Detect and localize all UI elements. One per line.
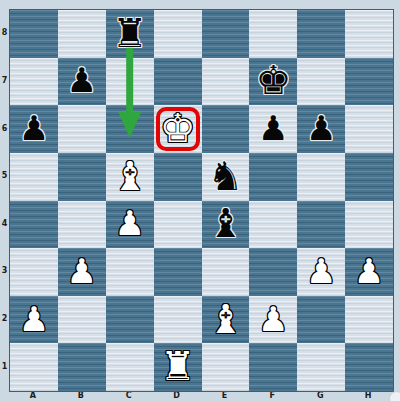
file-label-d: D — [153, 391, 201, 401]
square-g7[interactable] — [297, 58, 345, 106]
square-h3[interactable]: ♟ — [345, 248, 393, 296]
square-h4[interactable] — [345, 201, 393, 249]
square-a5[interactable] — [10, 153, 58, 201]
square-h6[interactable] — [345, 105, 393, 153]
square-d2[interactable] — [154, 296, 202, 344]
square-c8[interactable]: ♜ — [106, 10, 154, 58]
square-a3[interactable] — [10, 248, 58, 296]
file-label-b: B — [57, 391, 105, 401]
square-a1[interactable] — [10, 343, 58, 391]
square-f5[interactable] — [249, 153, 297, 201]
square-f8[interactable] — [249, 10, 297, 58]
square-e1[interactable] — [202, 343, 250, 391]
black-bishop[interactable]: ♝ — [208, 203, 244, 243]
chess-app: 87654321 ABCDEFGH ♜♟♚♟♚♟♟♝♞♟♝♟♟♟♟♝♟♜ — [0, 0, 400, 401]
square-h1[interactable] — [345, 343, 393, 391]
square-c2[interactable] — [106, 296, 154, 344]
square-e7[interactable] — [202, 58, 250, 106]
black-pawn[interactable]: ♟ — [258, 111, 288, 145]
square-d8[interactable] — [154, 10, 202, 58]
file-label-h: H — [344, 391, 392, 401]
rank-label-5: 5 — [0, 152, 9, 200]
square-e2[interactable]: ♝ — [202, 296, 250, 344]
rank-label-3: 3 — [0, 247, 9, 295]
square-b3[interactable]: ♟ — [58, 248, 106, 296]
square-b8[interactable] — [58, 10, 106, 58]
square-a2[interactable]: ♟ — [10, 296, 58, 344]
file-label-f: F — [248, 391, 296, 401]
file-label-e: E — [201, 391, 249, 401]
square-f6[interactable]: ♟ — [249, 105, 297, 153]
rank-label-4: 4 — [0, 200, 9, 248]
corner-ornament — [389, 391, 400, 401]
square-e4[interactable]: ♝ — [202, 201, 250, 249]
square-e8[interactable] — [202, 10, 250, 58]
square-d4[interactable] — [154, 201, 202, 249]
black-rook[interactable]: ♜ — [112, 13, 148, 53]
white-bishop[interactable]: ♝ — [112, 156, 148, 196]
square-c7[interactable] — [106, 58, 154, 106]
square-d6[interactable]: ♚ — [154, 105, 202, 153]
file-label-a: A — [9, 391, 57, 401]
square-h7[interactable] — [345, 58, 393, 106]
square-c4[interactable]: ♟ — [106, 201, 154, 249]
rank-label-8: 8 — [0, 9, 9, 57]
square-g2[interactable] — [297, 296, 345, 344]
white-pawn[interactable]: ♟ — [114, 206, 144, 240]
chess-board: ♜♟♚♟♚♟♟♝♞♟♝♟♟♟♟♝♟♜ — [9, 9, 394, 392]
white-pawn[interactable]: ♟ — [67, 254, 97, 288]
square-d1[interactable]: ♜ — [154, 343, 202, 391]
square-e3[interactable] — [202, 248, 250, 296]
white-king[interactable]: ♚ — [160, 108, 196, 148]
rank-label-1: 1 — [0, 342, 9, 390]
white-bishop[interactable]: ♝ — [208, 299, 244, 339]
file-labels: ABCDEFGH — [9, 391, 392, 401]
square-e6[interactable] — [202, 105, 250, 153]
white-pawn[interactable]: ♟ — [19, 302, 49, 336]
square-f1[interactable] — [249, 343, 297, 391]
square-f2[interactable]: ♟ — [249, 296, 297, 344]
square-a8[interactable] — [10, 10, 58, 58]
white-pawn[interactable]: ♟ — [306, 254, 336, 288]
square-g5[interactable] — [297, 153, 345, 201]
square-b4[interactable] — [58, 201, 106, 249]
black-knight[interactable]: ♞ — [208, 156, 244, 196]
square-a7[interactable] — [10, 58, 58, 106]
square-h2[interactable] — [345, 296, 393, 344]
file-label-c: C — [105, 391, 153, 401]
square-c3[interactable] — [106, 248, 154, 296]
square-h5[interactable] — [345, 153, 393, 201]
square-a6[interactable]: ♟ — [10, 105, 58, 153]
square-b6[interactable] — [58, 105, 106, 153]
square-a4[interactable] — [10, 201, 58, 249]
square-b1[interactable] — [58, 343, 106, 391]
square-g6[interactable]: ♟ — [297, 105, 345, 153]
square-g4[interactable] — [297, 201, 345, 249]
square-h8[interactable] — [345, 10, 393, 58]
square-f7[interactable]: ♚ — [249, 58, 297, 106]
square-b2[interactable] — [58, 296, 106, 344]
rank-label-2: 2 — [0, 295, 9, 343]
black-pawn[interactable]: ♟ — [67, 63, 97, 97]
white-pawn[interactable]: ♟ — [258, 302, 288, 336]
rank-label-6: 6 — [0, 104, 9, 152]
square-g3[interactable]: ♟ — [297, 248, 345, 296]
square-c6[interactable] — [106, 105, 154, 153]
square-b5[interactable] — [58, 153, 106, 201]
square-g8[interactable] — [297, 10, 345, 58]
square-f4[interactable] — [249, 201, 297, 249]
white-pawn[interactable]: ♟ — [354, 254, 384, 288]
rank-label-7: 7 — [0, 57, 9, 105]
square-c1[interactable] — [106, 343, 154, 391]
black-king[interactable]: ♚ — [255, 60, 291, 100]
white-rook[interactable]: ♜ — [160, 346, 196, 386]
black-pawn[interactable]: ♟ — [19, 111, 49, 145]
square-f3[interactable] — [249, 248, 297, 296]
square-g1[interactable] — [297, 343, 345, 391]
black-pawn[interactable]: ♟ — [306, 111, 336, 145]
square-c5[interactable]: ♝ — [106, 153, 154, 201]
square-b7[interactable]: ♟ — [58, 58, 106, 106]
file-label-g: G — [296, 391, 344, 401]
square-d3[interactable] — [154, 248, 202, 296]
square-d5[interactable] — [154, 153, 202, 201]
rank-labels: 87654321 — [0, 9, 9, 390]
square-e5[interactable]: ♞ — [202, 153, 250, 201]
square-d7[interactable] — [154, 58, 202, 106]
